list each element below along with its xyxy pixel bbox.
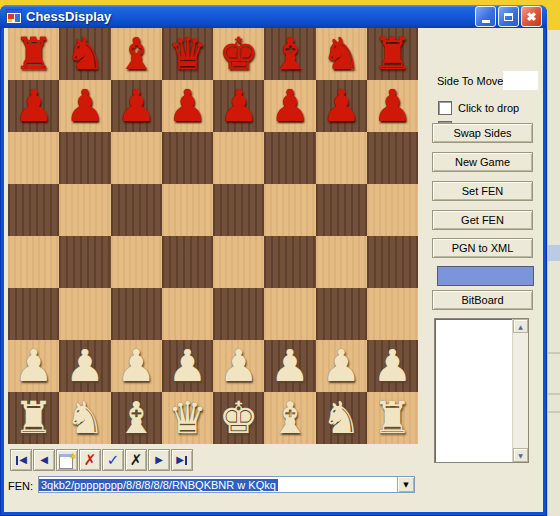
accept-button[interactable]: ✓ bbox=[102, 449, 124, 471]
piece-red-pawn[interactable]: ♟ bbox=[270, 80, 309, 132]
move-previous-icon: ◀ bbox=[34, 450, 54, 470]
square-g3[interactable] bbox=[316, 288, 367, 340]
move-last-button[interactable]: ▶ bbox=[171, 449, 193, 471]
piece-red-pawn[interactable]: ♟ bbox=[219, 80, 258, 132]
app-window: ChessDisplay ✖ ♜♞♝♛♚♝♞♜♟♟♟♟♟♟♟♟♟♟♟♟♟♟♟♟♜… bbox=[0, 5, 547, 516]
square-f7[interactable]: ♟ bbox=[264, 80, 315, 132]
arrow-up-icon: ▲ bbox=[518, 323, 523, 330]
square-d2[interactable]: ♟ bbox=[162, 340, 213, 392]
check-icon: ✓ bbox=[103, 450, 123, 470]
square-h1[interactable]: ♜ bbox=[367, 392, 418, 444]
divider bbox=[548, 352, 560, 354]
set-fen-button[interactable]: Set FEN bbox=[432, 181, 533, 201]
bitboard-button[interactable]: BitBoard bbox=[432, 290, 533, 310]
minimize-button[interactable] bbox=[475, 6, 496, 27]
square-e2[interactable]: ♟ bbox=[213, 340, 264, 392]
square-f2[interactable]: ♟ bbox=[264, 340, 315, 392]
square-d5[interactable] bbox=[162, 184, 213, 236]
swap-sides-button[interactable]: Swap Sides bbox=[432, 123, 533, 143]
piece-red-pawn[interactable]: ♟ bbox=[373, 80, 412, 132]
scroll-down-button[interactable]: ▼ bbox=[513, 448, 528, 462]
piece-red-rook[interactable]: ♜ bbox=[373, 28, 412, 80]
fen-label: FEN: bbox=[8, 480, 33, 492]
piece-white-rook[interactable]: ♜ bbox=[14, 392, 53, 444]
maximize-button[interactable] bbox=[498, 6, 519, 27]
square-h7[interactable]: ♟ bbox=[367, 80, 418, 132]
square-h6[interactable] bbox=[367, 132, 418, 184]
piece-white-pawn[interactable]: ♟ bbox=[65, 340, 104, 392]
record-navigation-toolbar: ◀◀✶✗✓✗▶▶ bbox=[10, 449, 193, 471]
square-c4[interactable] bbox=[111, 236, 162, 288]
move-next-button[interactable]: ▶ bbox=[148, 449, 170, 471]
maximize-icon bbox=[504, 13, 513, 21]
piece-red-knight[interactable]: ♞ bbox=[321, 28, 360, 80]
background-accent bbox=[548, 245, 560, 261]
square-h8[interactable]: ♜ bbox=[367, 28, 418, 80]
piece-red-rook[interactable]: ♜ bbox=[14, 28, 53, 80]
square-f8[interactable]: ♝ bbox=[264, 28, 315, 80]
square-b4[interactable] bbox=[59, 236, 110, 288]
square-f1[interactable]: ♝ bbox=[264, 392, 315, 444]
color-indicator bbox=[437, 266, 534, 286]
square-c2[interactable]: ♟ bbox=[111, 340, 162, 392]
square-a3[interactable] bbox=[8, 288, 59, 340]
square-d1[interactable]: ♛ bbox=[162, 392, 213, 444]
square-b2[interactable]: ♟ bbox=[59, 340, 110, 392]
square-a4[interactable] bbox=[8, 236, 59, 288]
square-e6[interactable] bbox=[213, 132, 264, 184]
piece-white-pawn[interactable]: ♟ bbox=[373, 340, 412, 392]
checkbox-icon[interactable] bbox=[438, 101, 452, 115]
piece-red-pawn[interactable]: ♟ bbox=[321, 80, 360, 132]
piece-white-pawn[interactable]: ♟ bbox=[14, 340, 53, 392]
square-a2[interactable]: ♟ bbox=[8, 340, 59, 392]
output-listbox[interactable]: ▲ ▼ bbox=[434, 318, 529, 463]
click-to-drop-label: Click to drop bbox=[458, 102, 519, 114]
fen-combobox[interactable]: 3qkb2/pppppppp/8/8/8/8/8/RNBQKBNR w KQkq… bbox=[38, 476, 415, 493]
square-d6[interactable] bbox=[162, 132, 213, 184]
piece-white-bishop[interactable]: ♝ bbox=[270, 392, 309, 444]
listbox-scrollbar[interactable]: ▲ ▼ bbox=[512, 319, 528, 462]
window-title: ChessDisplay bbox=[26, 9, 111, 24]
get-fen-button[interactable]: Get FEN bbox=[432, 210, 533, 230]
piece-red-pawn[interactable]: ♟ bbox=[116, 80, 155, 132]
square-h4[interactable] bbox=[367, 236, 418, 288]
square-c8[interactable]: ♝ bbox=[111, 28, 162, 80]
square-b5[interactable] bbox=[59, 184, 110, 236]
square-a8[interactable]: ♜ bbox=[8, 28, 59, 80]
piece-red-queen[interactable]: ♛ bbox=[168, 28, 207, 80]
minimize-icon bbox=[482, 20, 490, 23]
add-new-button[interactable]: ✶ bbox=[56, 449, 78, 471]
move-last-icon: ▶ bbox=[172, 450, 192, 470]
app-icon bbox=[6, 9, 22, 24]
piece-red-pawn[interactable]: ♟ bbox=[14, 80, 53, 132]
square-f3[interactable] bbox=[264, 288, 315, 340]
square-g6[interactable] bbox=[316, 132, 367, 184]
square-e3[interactable] bbox=[213, 288, 264, 340]
divider bbox=[548, 411, 560, 413]
piece-white-king[interactable]: ♚ bbox=[219, 392, 258, 444]
piece-red-bishop[interactable]: ♝ bbox=[270, 28, 309, 80]
piece-white-pawn[interactable]: ♟ bbox=[168, 340, 207, 392]
arrow-down-icon: ▼ bbox=[518, 452, 523, 459]
new-game-button[interactable]: New Game bbox=[432, 152, 533, 172]
piece-white-rook[interactable]: ♜ bbox=[373, 392, 412, 444]
divider bbox=[548, 393, 560, 395]
delete-button[interactable]: ✗ bbox=[79, 449, 101, 471]
square-b7[interactable]: ♟ bbox=[59, 80, 110, 132]
close-button[interactable]: ✖ bbox=[521, 6, 542, 27]
square-e5[interactable] bbox=[213, 184, 264, 236]
square-b3[interactable] bbox=[59, 288, 110, 340]
chess-board[interactable]: ♜♞♝♛♚♝♞♜♟♟♟♟♟♟♟♟♟♟♟♟♟♟♟♟♜♞♝♛♚♝♞♜ bbox=[8, 28, 418, 444]
square-h3[interactable] bbox=[367, 288, 418, 340]
piece-white-pawn[interactable]: ♟ bbox=[321, 340, 360, 392]
piece-white-pawn[interactable]: ♟ bbox=[219, 340, 258, 392]
delete-icon: ✗ bbox=[80, 450, 100, 470]
square-d8[interactable]: ♛ bbox=[162, 28, 213, 80]
chevron-down-icon: ▼ bbox=[403, 481, 408, 489]
cancel-button[interactable]: ✗ bbox=[125, 449, 147, 471]
square-a6[interactable] bbox=[8, 132, 59, 184]
move-next-icon: ▶ bbox=[149, 450, 169, 470]
square-a5[interactable] bbox=[8, 184, 59, 236]
piece-white-knight[interactable]: ♞ bbox=[321, 392, 360, 444]
square-b1[interactable]: ♞ bbox=[59, 392, 110, 444]
square-h2[interactable]: ♟ bbox=[367, 340, 418, 392]
square-c7[interactable]: ♟ bbox=[111, 80, 162, 132]
square-f6[interactable] bbox=[264, 132, 315, 184]
square-a7[interactable]: ♟ bbox=[8, 80, 59, 132]
click-to-drop-checkbox[interactable]: Click to drop bbox=[438, 101, 519, 115]
square-d4[interactable] bbox=[162, 236, 213, 288]
pgn-to-xml-button[interactable]: PGN to XML bbox=[432, 238, 533, 258]
square-a1[interactable]: ♜ bbox=[8, 392, 59, 444]
scroll-up-button[interactable]: ▲ bbox=[513, 319, 528, 333]
square-d3[interactable] bbox=[162, 288, 213, 340]
square-b6[interactable] bbox=[59, 132, 110, 184]
square-g8[interactable]: ♞ bbox=[316, 28, 367, 80]
piece-red-knight[interactable]: ♞ bbox=[65, 28, 104, 80]
piece-white-knight[interactable]: ♞ bbox=[65, 392, 104, 444]
piece-red-king[interactable]: ♚ bbox=[219, 28, 258, 80]
background-window-strip bbox=[548, 30, 560, 516]
piece-red-pawn[interactable]: ♟ bbox=[168, 80, 207, 132]
square-c5[interactable] bbox=[111, 184, 162, 236]
square-e7[interactable]: ♟ bbox=[213, 80, 264, 132]
square-d7[interactable]: ♟ bbox=[162, 80, 213, 132]
square-c6[interactable] bbox=[111, 132, 162, 184]
client-area: ♜♞♝♛♚♝♞♜♟♟♟♟♟♟♟♟♟♟♟♟♟♟♟♟♜♞♝♛♚♝♞♜ ◀◀✶✗✓✗▶… bbox=[4, 28, 543, 512]
side-to-move-field[interactable] bbox=[503, 71, 538, 90]
title-bar[interactable]: ChessDisplay ✖ bbox=[0, 5, 547, 28]
add-new-icon: ✶ bbox=[57, 450, 77, 470]
square-g5[interactable] bbox=[316, 184, 367, 236]
piece-white-queen[interactable]: ♛ bbox=[168, 392, 207, 444]
square-h5[interactable] bbox=[367, 184, 418, 236]
side-to-move-label: Side To Move: bbox=[437, 75, 507, 87]
square-g7[interactable]: ♟ bbox=[316, 80, 367, 132]
piece-red-pawn[interactable]: ♟ bbox=[65, 80, 104, 132]
piece-white-pawn[interactable]: ♟ bbox=[270, 340, 309, 392]
square-g2[interactable]: ♟ bbox=[316, 340, 367, 392]
desktop: ChessDisplay ✖ ♜♞♝♛♚♝♞♜♟♟♟♟♟♟♟♟♟♟♟♟♟♟♟♟♜… bbox=[0, 0, 560, 516]
square-g1[interactable]: ♞ bbox=[316, 392, 367, 444]
square-f4[interactable] bbox=[264, 236, 315, 288]
square-c1[interactable]: ♝ bbox=[111, 392, 162, 444]
piece-white-pawn[interactable]: ♟ bbox=[116, 340, 155, 392]
cancel-x-icon: ✗ bbox=[126, 450, 146, 470]
fen-dropdown-button[interactable]: ▼ bbox=[397, 477, 414, 492]
square-f5[interactable] bbox=[264, 184, 315, 236]
fen-value[interactable]: 3qkb2/pppppppp/8/8/8/8/8/RNBQKBNR w KQkq bbox=[39, 479, 278, 491]
piece-red-bishop[interactable]: ♝ bbox=[116, 28, 155, 80]
square-b8[interactable]: ♞ bbox=[59, 28, 110, 80]
move-first-icon: ◀ bbox=[11, 450, 31, 470]
square-e4[interactable] bbox=[213, 236, 264, 288]
square-e1[interactable]: ♚ bbox=[213, 392, 264, 444]
square-g4[interactable] bbox=[316, 236, 367, 288]
move-prev-button[interactable]: ◀ bbox=[33, 449, 55, 471]
move-first-button[interactable]: ◀ bbox=[10, 449, 32, 471]
piece-white-bishop[interactable]: ♝ bbox=[116, 392, 155, 444]
square-c3[interactable] bbox=[111, 288, 162, 340]
square-e8[interactable]: ♚ bbox=[213, 28, 264, 80]
